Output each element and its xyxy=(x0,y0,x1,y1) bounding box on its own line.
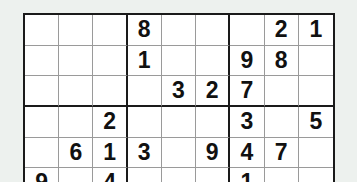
cell-r6c8[interactable] xyxy=(265,168,299,182)
cell-r3c1[interactable] xyxy=(25,76,59,107)
cell-r5c8[interactable]: 7 xyxy=(265,138,299,169)
cell-r1c7[interactable] xyxy=(230,15,264,46)
cell-r6c1[interactable]: 9 xyxy=(25,168,59,182)
cell-r2c1[interactable] xyxy=(25,46,59,77)
cell-r4c4[interactable] xyxy=(128,107,162,138)
cell-r5c9[interactable] xyxy=(299,138,333,169)
cell-r6c4[interactable] xyxy=(128,168,162,182)
cell-r6c5[interactable] xyxy=(162,168,196,182)
cell-r5c5[interactable] xyxy=(162,138,196,169)
cell-r6c2[interactable] xyxy=(59,168,93,182)
cell-r3c6[interactable]: 2 xyxy=(196,76,230,107)
cell-r4c8[interactable] xyxy=(265,107,299,138)
cell-r5c7[interactable]: 4 xyxy=(230,138,264,169)
cell-r1c8[interactable]: 2 xyxy=(265,15,299,46)
cell-r3c8[interactable] xyxy=(265,76,299,107)
cell-r2c9[interactable] xyxy=(299,46,333,77)
cell-r5c6[interactable]: 9 xyxy=(196,138,230,169)
cell-r4c2[interactable] xyxy=(59,107,93,138)
cell-r2c5[interactable] xyxy=(162,46,196,77)
cell-r6c3[interactable]: 4 xyxy=(93,168,127,182)
cell-r3c5[interactable]: 3 xyxy=(162,76,196,107)
cell-r2c6[interactable] xyxy=(196,46,230,77)
cell-r2c2[interactable] xyxy=(59,46,93,77)
cell-r4c9[interactable]: 5 xyxy=(299,107,333,138)
cell-r5c4[interactable]: 3 xyxy=(128,138,162,169)
cell-r3c7[interactable]: 7 xyxy=(230,76,264,107)
screenshot-root: 821198327235613947941 xyxy=(0,0,357,182)
cell-r4c6[interactable] xyxy=(196,107,230,138)
cell-r1c5[interactable] xyxy=(162,15,196,46)
cell-r6c6[interactable] xyxy=(196,168,230,182)
cell-r4c3[interactable]: 2 xyxy=(93,107,127,138)
cell-r3c3[interactable] xyxy=(93,76,127,107)
cell-r4c5[interactable] xyxy=(162,107,196,138)
cell-r6c9[interactable] xyxy=(299,168,333,182)
cell-r1c9[interactable]: 1 xyxy=(299,15,333,46)
cell-r3c2[interactable] xyxy=(59,76,93,107)
cell-r5c2[interactable]: 6 xyxy=(59,138,93,169)
cell-r2c3[interactable] xyxy=(93,46,127,77)
cell-r1c2[interactable] xyxy=(59,15,93,46)
cell-r2c8[interactable]: 8 xyxy=(265,46,299,77)
cell-r4c1[interactable] xyxy=(25,107,59,138)
cell-r5c3[interactable]: 1 xyxy=(93,138,127,169)
cell-r1c6[interactable] xyxy=(196,15,230,46)
cell-r1c3[interactable] xyxy=(93,15,127,46)
cell-r2c4[interactable]: 1 xyxy=(128,46,162,77)
cell-r3c9[interactable] xyxy=(299,76,333,107)
cell-r1c4[interactable]: 8 xyxy=(128,15,162,46)
sudoku-board: 821198327235613947941 xyxy=(23,13,335,182)
cell-r1c1[interactable] xyxy=(25,15,59,46)
cell-r2c7[interactable]: 9 xyxy=(230,46,264,77)
cell-r4c7[interactable]: 3 xyxy=(230,107,264,138)
cell-r6c7[interactable]: 1 xyxy=(230,168,264,182)
cell-r3c4[interactable] xyxy=(128,76,162,107)
cell-r5c1[interactable] xyxy=(25,138,59,169)
